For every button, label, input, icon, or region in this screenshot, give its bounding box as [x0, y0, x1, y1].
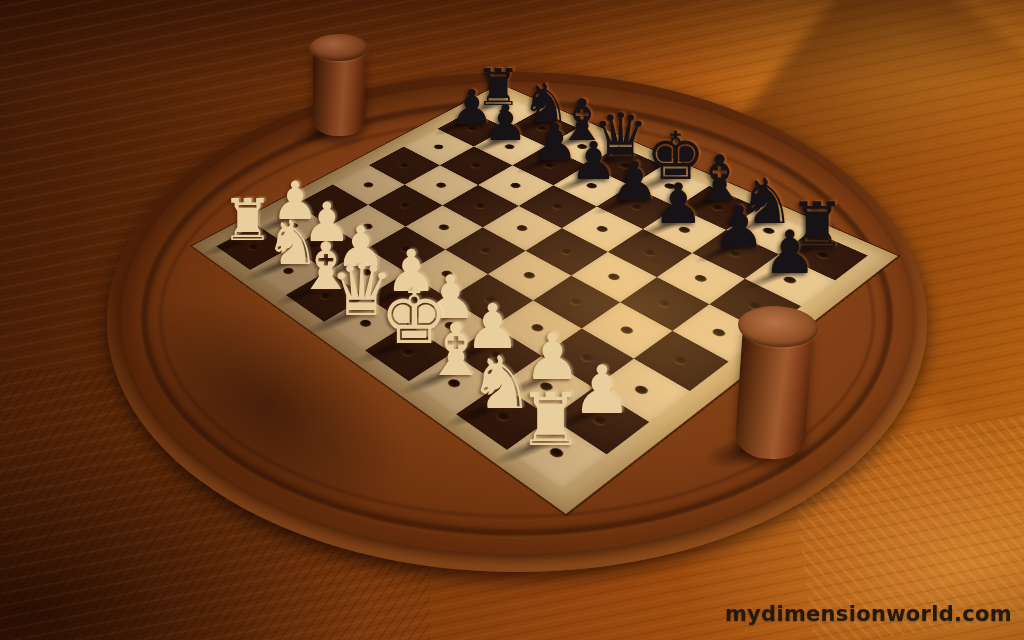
- peg-hole: [672, 355, 689, 366]
- peg-hole: [606, 272, 622, 281]
- peg-hole: [437, 223, 451, 231]
- peg-hole: [642, 248, 657, 257]
- off-board-piece-brown-cylinder-left[interactable]: [310, 34, 368, 138]
- peg-hole: [362, 181, 375, 188]
- black-pawn-f7[interactable]: ♟: [650, 176, 706, 232]
- peg-hole: [693, 273, 709, 282]
- peg-hole: [398, 201, 412, 209]
- peg-hole: [509, 181, 523, 188]
- peg-hole: [473, 202, 487, 210]
- peg-hole: [550, 202, 564, 210]
- peg-hole: [618, 325, 635, 335]
- white-rook-h1[interactable]: ♜: [514, 383, 587, 456]
- peg-hole: [559, 247, 574, 256]
- peg-hole: [432, 143, 445, 150]
- peg-hole: [522, 270, 537, 279]
- cylinder-top: [310, 34, 368, 61]
- peg-hole: [568, 297, 584, 307]
- peg-hole: [478, 246, 493, 255]
- peg-hole: [398, 162, 411, 169]
- photo-scene: ♜♞♝♛♚♝♞♜♟♟♟♟♟♟♟♟♟♟♟♟♟♟♟♟♜♞♝♛♚♝♞♜ mydimen…: [0, 0, 1024, 640]
- off-board-piece-brown-cylinder-right[interactable]: [729, 303, 820, 464]
- peg-hole: [710, 327, 727, 337]
- peg-hole: [656, 298, 672, 308]
- watermark-text: mydimensionworld.com: [725, 602, 1012, 626]
- peg-hole: [434, 181, 447, 188]
- peg-hole: [595, 224, 610, 232]
- peg-hole: [469, 162, 482, 169]
- peg-hole: [515, 224, 530, 232]
- black-pawn-h7[interactable]: ♟: [760, 223, 820, 283]
- black-pawn-b7[interactable]: ♟: [481, 99, 531, 149]
